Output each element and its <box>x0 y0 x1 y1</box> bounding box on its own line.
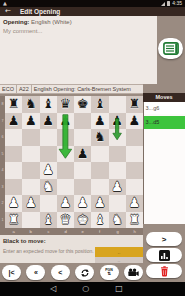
skip-to-start-button[interactable]: |< <box>2 265 21 280</box>
square-d5[interactable] <box>57 146 74 163</box>
expected-move-select[interactable]: .. <box>95 247 143 257</box>
eco-code: A22 <box>17 85 32 93</box>
white-queen: ♛ <box>57 212 74 229</box>
moves-panel: Moves 3...g6 3...d5 > <box>143 84 185 282</box>
square-f5[interactable] <box>91 146 108 163</box>
square-f4[interactable] <box>91 162 108 179</box>
black-rook: ♜ <box>5 96 22 113</box>
black-pawn: ♟ <box>74 146 91 163</box>
black-pawn: ♟ <box>109 113 126 130</box>
square-e2[interactable]: ♟ <box>74 195 91 212</box>
moves-panel-title: Moves <box>143 93 185 102</box>
file-labels: abcdefgh <box>0 228 143 235</box>
square-g4[interactable] <box>109 162 126 179</box>
nav-back-icon[interactable]: ◁ <box>50 282 56 296</box>
file-label-c: c <box>42 229 54 234</box>
delete-button[interactable] <box>146 264 182 278</box>
white-pawn: ♟ <box>109 179 126 196</box>
square-b3[interactable] <box>22 179 39 196</box>
square-c4[interactable]: ♟ <box>40 162 57 179</box>
fast-rewind-button[interactable]: « <box>26 265 45 280</box>
square-g6[interactable] <box>109 129 126 146</box>
trash-icon <box>160 266 169 277</box>
square-c6[interactable] <box>40 129 57 146</box>
board-editor-button[interactable] <box>158 38 183 59</box>
square-h1[interactable]: ♜ <box>126 212 143 229</box>
rank-label-3: 3 <box>1 182 4 192</box>
square-h3[interactable] <box>126 179 143 196</box>
square-e6[interactable] <box>74 129 91 146</box>
square-b2[interactable]: ♟ <box>22 195 39 212</box>
square-a7[interactable]: ♟ <box>5 113 22 130</box>
board-icon <box>163 42 179 55</box>
white-pawn: ♟ <box>57 195 74 212</box>
black-rook: ♜ <box>126 96 143 113</box>
white-rook: ♜ <box>126 212 143 229</box>
square-a6[interactable] <box>5 129 22 146</box>
rank-label-4: 4 <box>1 165 4 175</box>
opening-info-section: Opening: English (White) My comment... <box>0 16 185 84</box>
square-e1[interactable]: ♚ <box>74 212 91 229</box>
square-b6[interactable] <box>22 129 39 146</box>
white-pawn: ♟ <box>40 162 57 179</box>
rank-label-7: 7 <box>1 116 4 126</box>
square-f1[interactable]: ♝ <box>91 212 108 229</box>
app-bar: ← Edit Opening <box>0 7 185 16</box>
chess-board[interactable]: 87654321 ♜♞♝♛♚♝♜♟♟♟♟♟♟♟♞♟♟♞♟♟♟♟♟♟♟♜♝♛♚♝♞… <box>0 96 143 235</box>
square-b4[interactable] <box>22 162 39 179</box>
square-f3[interactable] <box>91 179 108 196</box>
battery-icon <box>167 1 170 6</box>
square-d1[interactable]: ♛ <box>57 212 74 229</box>
black-knight: ♞ <box>91 129 108 146</box>
square-h4[interactable] <box>126 162 143 179</box>
move-option-g6[interactable]: 3...g6 <box>144 102 185 114</box>
step-back-icon: < <box>58 269 62 276</box>
board-grid[interactable]: ♜♞♝♛♚♝♜♟♟♟♟♟♟♟♞♟♟♞♟♟♟♟♟♟♟♜♝♛♚♝♞♜ <box>5 96 143 228</box>
file-label-e: e <box>77 229 89 234</box>
square-f2[interactable]: ♟ <box>91 195 108 212</box>
black-king: ♚ <box>74 96 91 113</box>
file-label-d: d <box>59 229 71 234</box>
square-a3[interactable] <box>5 179 22 196</box>
white-knight: ♞ <box>40 179 57 196</box>
black-pawn: ♟ <box>40 113 57 130</box>
opening-label: Opening: <box>3 19 29 25</box>
square-f6[interactable]: ♞ <box>91 129 108 146</box>
square-c8[interactable]: ♝ <box>40 96 57 113</box>
square-a5[interactable] <box>5 146 22 163</box>
black-pawn: ♟ <box>22 113 39 130</box>
black-pawn: ♟ <box>5 113 22 130</box>
skip-to-start-icon: |< <box>8 269 14 276</box>
black-pawn: ♟ <box>126 113 143 130</box>
opening-name: English (White) <box>31 19 72 25</box>
square-a2[interactable]: ♟ <box>5 195 22 212</box>
square-h2[interactable]: ♟ <box>126 195 143 212</box>
rank-label-8: 8 <box>1 99 4 109</box>
navigation-controls: |< « < PGN ⇅ <box>0 263 145 282</box>
white-pawn: ♟ <box>22 195 39 212</box>
page-title: Edit Opening <box>20 7 60 16</box>
status-bar: ▲ 4:35 <box>0 0 185 7</box>
flip-board-icon <box>80 268 90 278</box>
square-g3[interactable]: ♟ <box>109 179 126 196</box>
status-indicators: 4:35 <box>161 0 182 7</box>
square-b7[interactable]: ♟ <box>22 113 39 130</box>
flip-board-button[interactable] <box>75 265 94 280</box>
square-b1[interactable] <box>22 212 39 229</box>
bar-chart-icon <box>159 250 170 261</box>
square-e7[interactable] <box>74 113 91 130</box>
move-option-d5-selected[interactable]: 3...d5 <box>144 116 185 129</box>
square-e5[interactable]: ♟ <box>74 146 91 163</box>
square-g2[interactable] <box>109 195 126 212</box>
square-g5[interactable] <box>109 146 126 163</box>
square-f7[interactable]: ♟ <box>91 113 108 130</box>
square-d2[interactable]: ♟ <box>57 195 74 212</box>
file-label-h: h <box>128 229 140 234</box>
eco-label: ECO <box>0 85 17 93</box>
white-pawn: ♟ <box>5 195 22 212</box>
square-f8[interactable]: ♝ <box>91 96 108 113</box>
statistics-button[interactable] <box>146 248 182 262</box>
opening-line: Opening: English (White) <box>3 19 72 25</box>
square-c1[interactable]: ♝ <box>40 212 57 229</box>
fast-rewind-icon: « <box>34 269 38 276</box>
square-a8[interactable]: ♜ <box>5 96 22 113</box>
square-c3[interactable]: ♞ <box>40 179 57 196</box>
rank-label-6: 6 <box>1 132 4 142</box>
square-h5[interactable] <box>126 146 143 163</box>
square-h7[interactable]: ♟ <box>126 113 143 130</box>
square-d6[interactable] <box>57 129 74 146</box>
square-b8[interactable]: ♞ <box>22 96 39 113</box>
white-pawn: ♟ <box>91 195 108 212</box>
black-bishop: ♝ <box>40 96 57 113</box>
back-arrow-icon[interactable]: ← <box>5 7 11 16</box>
nav-home-icon[interactable]: ○ <box>82 282 89 296</box>
square-g8[interactable] <box>109 96 126 113</box>
comment-field[interactable]: My comment... <box>3 28 42 34</box>
white-bishop: ♝ <box>91 212 108 229</box>
square-b5[interactable] <box>22 146 39 163</box>
white-pawn: ♟ <box>74 195 91 212</box>
nav-recents-icon[interactable]: □ <box>115 282 123 296</box>
eco-bar: ECO A22 English Opening: Carls-Bremen Sy… <box>0 84 143 94</box>
square-h6[interactable] <box>126 129 143 146</box>
move-prompt-section: Black to move: Enter an expected move fo… <box>0 235 143 263</box>
eco-opening-name: English Opening: Carls-Bremen System <box>32 85 133 93</box>
turn-indicator: Black to move: <box>3 238 46 244</box>
notification-icon: ▲ <box>3 0 7 7</box>
chevron-right-icon: > <box>162 235 167 244</box>
rank-label-2: 2 <box>1 198 4 208</box>
white-king: ♚ <box>74 212 91 229</box>
square-a1[interactable]: ♜ <box>5 212 22 229</box>
step-back-button[interactable]: < <box>51 265 70 280</box>
android-nav-bar: ◁ ○ □ <box>0 282 185 296</box>
square-g1[interactable]: ♞ <box>109 212 126 229</box>
square-c5[interactable] <box>40 146 57 163</box>
square-g7[interactable]: ♟ <box>109 113 126 130</box>
signal-icon <box>161 2 165 6</box>
edit-opening-screen: ▲ 4:35 ← Edit Opening Opening: English (… <box>0 0 185 296</box>
square-e3[interactable] <box>74 179 91 196</box>
file-label-g: g <box>111 229 123 234</box>
video-button[interactable] <box>124 265 143 280</box>
white-knight: ♞ <box>109 212 126 229</box>
square-e8[interactable]: ♚ <box>74 96 91 113</box>
video-camera-icon <box>127 268 139 277</box>
white-rook: ♜ <box>5 212 22 229</box>
black-bishop: ♝ <box>91 96 108 113</box>
file-label-a: a <box>8 229 20 234</box>
square-d4[interactable] <box>57 162 74 179</box>
square-c2[interactable] <box>40 195 57 212</box>
next-move-button[interactable]: > <box>146 232 182 246</box>
square-d7[interactable]: ♟ <box>57 113 74 130</box>
square-h8[interactable]: ♜ <box>126 96 143 113</box>
clock-text: 4:35 <box>172 0 182 7</box>
white-bishop: ♝ <box>40 212 57 229</box>
rank-label-1: 1 <box>1 215 4 225</box>
square-d3[interactable] <box>57 179 74 196</box>
prompt-hint: Enter an expected move for this position… <box>3 248 94 254</box>
square-d8[interactable]: ♛ <box>57 96 74 113</box>
square-c7[interactable]: ♟ <box>40 113 57 130</box>
black-pawn: ♟ <box>91 113 108 130</box>
black-pawn: ♟ <box>57 113 74 130</box>
black-queen: ♛ <box>57 96 74 113</box>
pgn-button[interactable]: PGN ⇅ <box>100 265 119 280</box>
board-corner <box>0 228 5 235</box>
black-knight: ♞ <box>22 96 39 113</box>
square-e4[interactable] <box>74 162 91 179</box>
moves-list[interactable]: 3...g6 3...d5 <box>143 102 185 224</box>
file-label-f: f <box>94 229 106 234</box>
rank-label-5: 5 <box>1 149 4 159</box>
square-a4[interactable] <box>5 162 22 179</box>
pgn-import-export-icon: ⇅ <box>107 272 111 277</box>
file-label-b: b <box>25 229 37 234</box>
white-pawn: ♟ <box>126 195 143 212</box>
